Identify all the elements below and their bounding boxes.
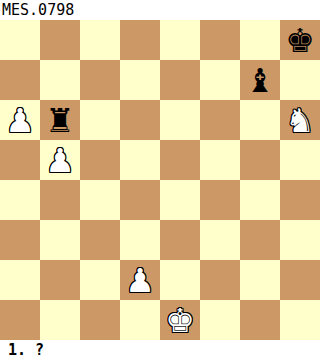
square-e3[interactable]	[160, 220, 200, 260]
square-f3[interactable]	[200, 220, 240, 260]
square-e2[interactable]	[160, 260, 200, 300]
chess-board: ♚♝♟♜♞♟♟♚	[0, 20, 320, 340]
piece-black-bishop[interactable]: ♝	[245, 64, 275, 97]
square-b5[interactable]: ♟	[40, 140, 80, 180]
square-c1[interactable]	[80, 300, 120, 340]
square-b8[interactable]	[40, 20, 80, 60]
square-b1[interactable]	[40, 300, 80, 340]
square-c8[interactable]	[80, 20, 120, 60]
piece-white-pawn[interactable]: ♟	[5, 104, 35, 137]
square-e7[interactable]	[160, 60, 200, 100]
square-c2[interactable]	[80, 260, 120, 300]
square-h4[interactable]	[280, 180, 320, 220]
piece-black-king[interactable]: ♚	[285, 24, 315, 57]
square-b3[interactable]	[40, 220, 80, 260]
square-g2[interactable]	[240, 260, 280, 300]
move-prompt: 1. ?	[0, 340, 320, 360]
square-b7[interactable]	[40, 60, 80, 100]
square-g3[interactable]	[240, 220, 280, 260]
piece-white-king[interactable]: ♚	[165, 304, 195, 337]
square-a5[interactable]	[0, 140, 40, 180]
square-h5[interactable]	[280, 140, 320, 180]
square-e8[interactable]	[160, 20, 200, 60]
square-f4[interactable]	[200, 180, 240, 220]
square-c3[interactable]	[80, 220, 120, 260]
square-d1[interactable]	[120, 300, 160, 340]
square-f5[interactable]	[200, 140, 240, 180]
square-g4[interactable]	[240, 180, 280, 220]
diagram-id: MES.0798	[0, 0, 320, 20]
square-f6[interactable]	[200, 100, 240, 140]
square-e1[interactable]: ♚	[160, 300, 200, 340]
square-f2[interactable]	[200, 260, 240, 300]
square-h6[interactable]: ♞	[280, 100, 320, 140]
square-b6[interactable]: ♜	[40, 100, 80, 140]
square-h2[interactable]	[280, 260, 320, 300]
square-e6[interactable]	[160, 100, 200, 140]
square-g8[interactable]	[240, 20, 280, 60]
square-a6[interactable]: ♟	[0, 100, 40, 140]
square-g7[interactable]: ♝	[240, 60, 280, 100]
square-f7[interactable]	[200, 60, 240, 100]
square-d8[interactable]	[120, 20, 160, 60]
piece-white-knight[interactable]: ♞	[285, 104, 315, 137]
square-h7[interactable]	[280, 60, 320, 100]
square-a2[interactable]	[0, 260, 40, 300]
square-b4[interactable]	[40, 180, 80, 220]
piece-white-pawn[interactable]: ♟	[45, 144, 75, 177]
square-h3[interactable]	[280, 220, 320, 260]
square-e4[interactable]	[160, 180, 200, 220]
square-f1[interactable]	[200, 300, 240, 340]
square-d6[interactable]	[120, 100, 160, 140]
square-h8[interactable]: ♚	[280, 20, 320, 60]
square-g5[interactable]	[240, 140, 280, 180]
square-d7[interactable]	[120, 60, 160, 100]
square-c4[interactable]	[80, 180, 120, 220]
square-f8[interactable]	[200, 20, 240, 60]
piece-black-rook[interactable]: ♜	[45, 104, 75, 137]
square-a1[interactable]	[0, 300, 40, 340]
square-c5[interactable]	[80, 140, 120, 180]
square-a7[interactable]	[0, 60, 40, 100]
square-a3[interactable]	[0, 220, 40, 260]
square-g1[interactable]	[240, 300, 280, 340]
square-d2[interactable]: ♟	[120, 260, 160, 300]
square-a4[interactable]	[0, 180, 40, 220]
square-a8[interactable]	[0, 20, 40, 60]
square-d3[interactable]	[120, 220, 160, 260]
square-e5[interactable]	[160, 140, 200, 180]
square-b2[interactable]	[40, 260, 80, 300]
square-c6[interactable]	[80, 100, 120, 140]
square-c7[interactable]	[80, 60, 120, 100]
square-h1[interactable]	[280, 300, 320, 340]
piece-white-pawn[interactable]: ♟	[125, 264, 155, 297]
square-g6[interactable]	[240, 100, 280, 140]
square-d5[interactable]	[120, 140, 160, 180]
square-d4[interactable]	[120, 180, 160, 220]
